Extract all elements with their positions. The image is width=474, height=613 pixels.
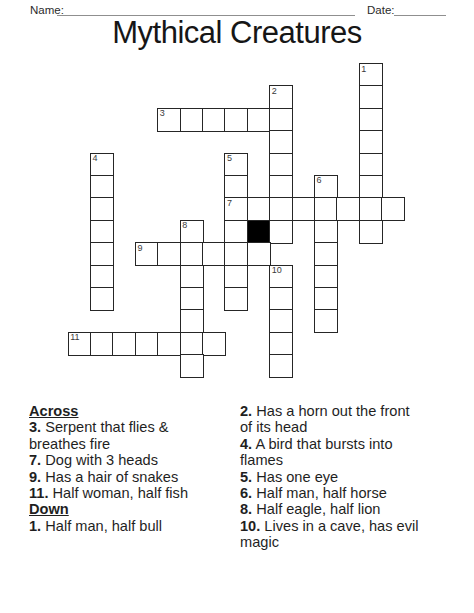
grid-cell[interactable] bbox=[269, 332, 293, 356]
clue-number: 3 bbox=[160, 109, 165, 118]
clue-number: 7 bbox=[227, 199, 232, 208]
clue-item: 8. Half eagle, half lion bbox=[240, 501, 422, 517]
grid-cell[interactable] bbox=[314, 242, 338, 266]
grid-cell[interactable] bbox=[314, 287, 338, 311]
grid-cell[interactable]: 11 bbox=[68, 332, 92, 356]
grid-cell[interactable] bbox=[202, 242, 226, 266]
grid-cell[interactable] bbox=[180, 354, 204, 378]
clue-number-label: 7. bbox=[29, 452, 41, 468]
grid-cell[interactable] bbox=[359, 220, 383, 244]
clue-number-label: 1. bbox=[29, 518, 41, 534]
clue-number-label: 5. bbox=[240, 469, 252, 485]
grid-cell[interactable] bbox=[292, 197, 316, 221]
grid-cell[interactable] bbox=[224, 220, 248, 244]
grid-cell[interactable] bbox=[269, 220, 293, 244]
grid-cell[interactable] bbox=[224, 108, 248, 132]
grid-cell[interactable] bbox=[269, 153, 293, 177]
clue-number: 11 bbox=[70, 333, 79, 342]
grid-cell[interactable] bbox=[247, 108, 271, 132]
grid-cell[interactable] bbox=[180, 108, 204, 132]
grid-cell[interactable] bbox=[224, 287, 248, 311]
grid-cell[interactable]: 10 bbox=[269, 265, 293, 289]
grid-cell[interactable] bbox=[112, 332, 136, 356]
page-title: Mythical Creatures bbox=[0, 16, 474, 50]
clue-text: Has one eye bbox=[256, 469, 338, 485]
grid-cell[interactable] bbox=[314, 220, 338, 244]
date-label: Date: bbox=[367, 4, 395, 17]
grid-cell[interactable] bbox=[247, 197, 271, 221]
clue-number: 4 bbox=[93, 154, 98, 163]
clue-text: Has a horn out the front of its head bbox=[240, 403, 410, 435]
clue-item: 7. Dog with 3 heads bbox=[29, 452, 209, 468]
clue-text: A bird that bursts into flames bbox=[240, 436, 393, 468]
clues-column-right: 2. Has a horn out the front of its head4… bbox=[240, 403, 422, 551]
grid-cell[interactable] bbox=[90, 220, 114, 244]
grid-cell[interactable] bbox=[90, 242, 114, 266]
grid-cell[interactable] bbox=[336, 197, 360, 221]
grid-cell[interactable]: 9 bbox=[135, 242, 159, 266]
grid-cell[interactable] bbox=[314, 265, 338, 289]
grid-cell[interactable] bbox=[359, 108, 383, 132]
clue-text: Half man, half horse bbox=[256, 485, 387, 501]
clue-number-label: 2. bbox=[240, 403, 252, 419]
grid-cell[interactable] bbox=[359, 175, 383, 199]
clue-item: 6. Half man, half horse bbox=[240, 485, 422, 501]
clue-item: 4. A bird that bursts into flames bbox=[240, 436, 422, 469]
clue-text: Dog with 3 heads bbox=[45, 452, 158, 468]
grid-cell[interactable] bbox=[269, 354, 293, 378]
grid-cell[interactable]: 4 bbox=[90, 153, 114, 177]
grid-cell[interactable] bbox=[247, 242, 271, 266]
grid-cell[interactable]: 5 bbox=[224, 153, 248, 177]
grid-cell[interactable] bbox=[269, 287, 293, 311]
grid-cell[interactable] bbox=[359, 197, 383, 221]
grid-cell[interactable]: 1 bbox=[359, 63, 383, 87]
grid-cell[interactable] bbox=[359, 153, 383, 177]
clue-number: 1 bbox=[361, 65, 366, 74]
clue-number: 9 bbox=[137, 244, 142, 253]
grid-cell[interactable] bbox=[135, 332, 159, 356]
grid-cell[interactable]: 7 bbox=[224, 197, 248, 221]
grid-cell[interactable] bbox=[180, 287, 204, 311]
clue-number: 10 bbox=[272, 266, 282, 275]
grid-cell[interactable] bbox=[359, 85, 383, 109]
clue-number: 5 bbox=[227, 154, 232, 163]
clue-number-label: 6. bbox=[240, 485, 252, 501]
clues-column-left: Across3. Serpent that flies & breathes f… bbox=[29, 403, 209, 534]
clue-text: Has a hair of snakes bbox=[45, 469, 178, 485]
grid-cell[interactable] bbox=[224, 242, 248, 266]
grid-cell[interactable] bbox=[269, 108, 293, 132]
grid-cell[interactable] bbox=[180, 265, 204, 289]
clue-number-label: 10. bbox=[240, 518, 260, 534]
grid-cell[interactable] bbox=[90, 175, 114, 199]
grid-cell[interactable] bbox=[90, 332, 114, 356]
clue-number-label: 4. bbox=[240, 436, 252, 452]
clue-text: Half eagle, half lion bbox=[256, 501, 380, 517]
grid-cell[interactable]: 3 bbox=[157, 108, 181, 132]
clue-item: 1. Half man, half bull bbox=[29, 518, 209, 534]
down-heading: Down bbox=[29, 501, 209, 517]
clue-text: Half woman, half fish bbox=[53, 485, 188, 501]
grid-cell[interactable] bbox=[157, 242, 181, 266]
grid-cell[interactable]: 6 bbox=[314, 175, 338, 199]
grid-cell[interactable] bbox=[269, 309, 293, 333]
clue-number: 6 bbox=[317, 176, 322, 185]
grid-cell[interactable] bbox=[314, 197, 338, 221]
clue-number: 2 bbox=[272, 87, 277, 96]
grid-cell[interactable] bbox=[314, 309, 338, 333]
clue-number: 8 bbox=[182, 221, 187, 230]
grid-cell[interactable] bbox=[381, 197, 405, 221]
clue-item: 11. Half woman, half fish bbox=[29, 485, 209, 501]
clue-number-label: 9. bbox=[29, 469, 41, 485]
worksheet-page: Name: Date: Mythical Creatures 123456789… bbox=[0, 0, 474, 613]
clue-item: 10. Lives in a cave, has evil magic bbox=[240, 518, 422, 551]
clue-text: Serpent that flies & breathes fire bbox=[29, 419, 169, 451]
grid-cell[interactable]: 8 bbox=[180, 220, 204, 244]
grid-cell[interactable] bbox=[269, 175, 293, 199]
grid-cell[interactable] bbox=[202, 108, 226, 132]
grid-cell[interactable] bbox=[90, 197, 114, 221]
grid-cell[interactable] bbox=[180, 242, 204, 266]
grid-cell[interactable] bbox=[180, 332, 204, 356]
grid-cell[interactable] bbox=[224, 265, 248, 289]
grid-cell[interactable] bbox=[90, 287, 114, 311]
grid-cell[interactable] bbox=[269, 197, 293, 221]
clue-item: 5. Has one eye bbox=[240, 469, 422, 485]
clue-text: Lives in a cave, has evil magic bbox=[240, 518, 419, 550]
grid-cell[interactable] bbox=[90, 265, 114, 289]
grid-cell[interactable] bbox=[180, 309, 204, 333]
clue-number-label: 3. bbox=[29, 419, 41, 435]
grid-cell[interactable] bbox=[157, 332, 181, 356]
clue-number-label: 11. bbox=[29, 485, 48, 501]
clue-item: 9. Has a hair of snakes bbox=[29, 469, 209, 485]
blocked-cell bbox=[247, 220, 271, 244]
clue-text: Half man, half bull bbox=[45, 518, 162, 534]
grid-cell[interactable] bbox=[269, 130, 293, 154]
clue-number-label: 8. bbox=[240, 501, 252, 517]
grid-cell[interactable]: 2 bbox=[269, 85, 293, 109]
grid-cell[interactable] bbox=[224, 175, 248, 199]
clue-item: 2. Has a horn out the front of its head bbox=[240, 403, 422, 436]
clue-item: 3. Serpent that flies & breathes fire bbox=[29, 419, 209, 452]
grid-cell[interactable] bbox=[359, 130, 383, 154]
across-heading: Across bbox=[29, 403, 209, 419]
crossword-grid: 1234567891011 bbox=[69, 64, 405, 377]
grid-cell[interactable] bbox=[202, 332, 226, 356]
